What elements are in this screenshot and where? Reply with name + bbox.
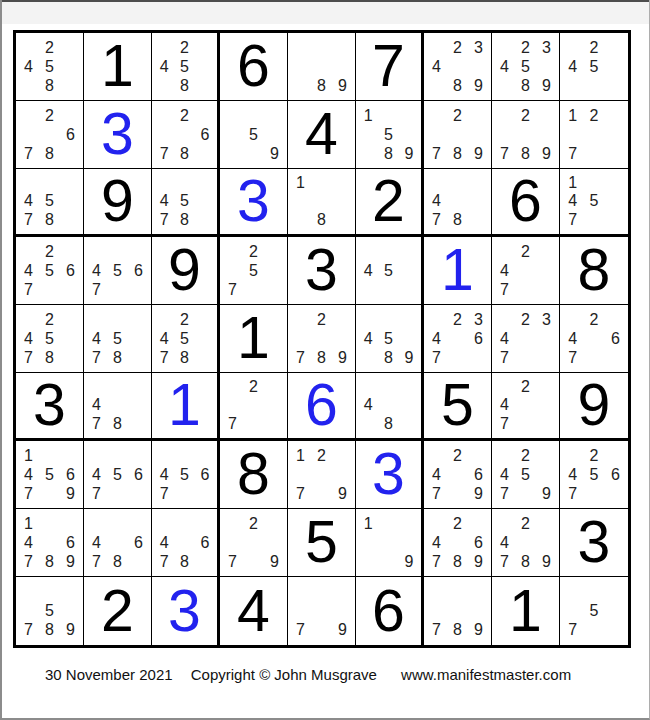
candidate-empty	[290, 310, 311, 329]
candidate-empty	[154, 76, 174, 95]
candidate-9: 9	[332, 484, 353, 503]
candidate-7: 7	[86, 280, 107, 299]
cell-r1c9[interactable]: 245	[560, 33, 628, 101]
candidate-5: 5	[39, 261, 60, 280]
candidate-empty	[447, 533, 468, 552]
candidate-empty	[107, 446, 128, 465]
candidate-9: 9	[468, 552, 489, 571]
cell-r5c3[interactable]: 24578	[152, 305, 220, 373]
cell-r1c3[interactable]: 2458	[152, 33, 220, 101]
candidate-empty	[195, 76, 215, 95]
cell-r8c2[interactable]: 4678	[84, 509, 152, 577]
cell-r6c9[interactable]: 9	[560, 373, 628, 441]
candidate-empty	[378, 552, 398, 571]
candidate-empty	[243, 144, 264, 163]
candidate-4: 4	[426, 329, 447, 348]
candidate-empty	[195, 310, 215, 329]
candidate-empty	[494, 514, 515, 533]
candidate-empty	[154, 106, 174, 125]
candidate-empty	[378, 396, 398, 414]
candidate-empty	[399, 533, 419, 552]
cell-r5c5[interactable]: 2789	[288, 305, 356, 373]
candidate-4: 4	[426, 465, 447, 484]
candidate-empty	[60, 582, 81, 601]
candidate-empty	[290, 329, 311, 348]
candidate-4: 4	[426, 192, 447, 210]
cell-r1c1[interactable]: 2458	[16, 33, 84, 101]
candidate-empty	[60, 310, 81, 329]
cell-r3c7[interactable]: 478	[424, 169, 492, 237]
candidate-grid: 24567	[560, 441, 628, 508]
cell-r1c5[interactable]: 89	[288, 33, 356, 101]
given-digit: 1	[101, 37, 134, 96]
candidate-9: 9	[468, 144, 489, 163]
cell-r3c8[interactable]: 6	[492, 169, 560, 237]
candidate-empty	[358, 280, 378, 299]
candidate-9: 9	[536, 484, 557, 503]
candidate-7: 7	[86, 484, 107, 503]
cell-r2c2[interactable]: 3	[84, 101, 152, 169]
candidate-3: 3	[536, 38, 557, 57]
cell-r2c9[interactable]: 127	[560, 101, 628, 169]
candidate-empty	[399, 329, 419, 348]
candidate-empty	[107, 396, 128, 414]
candidate-grid: 146789	[16, 509, 83, 576]
candidate-empty	[39, 533, 60, 552]
cell-r4c6[interactable]: 45	[356, 237, 424, 305]
cell-r7c7[interactable]: 24679	[424, 441, 492, 509]
candidate-7: 7	[426, 552, 447, 571]
candidate-empty	[583, 484, 604, 503]
candidate-empty	[39, 174, 60, 192]
candidate-empty	[264, 514, 285, 533]
candidate-empty	[195, 552, 215, 571]
candidate-grid: 24578	[152, 305, 217, 372]
cell-r8c8[interactable]: 24789	[492, 509, 560, 577]
candidate-9: 9	[399, 552, 419, 571]
candidate-4: 4	[18, 261, 39, 280]
candidate-4: 4	[18, 533, 39, 552]
candidate-empty	[468, 174, 489, 192]
candidate-empty	[583, 76, 604, 95]
candidate-empty	[536, 242, 557, 261]
candidate-9: 9	[332, 348, 353, 367]
candidate-4: 4	[18, 192, 39, 210]
cell-r1c6[interactable]: 7	[356, 33, 424, 101]
cell-r9c4[interactable]: 4	[220, 577, 288, 645]
candidate-2: 2	[583, 106, 604, 125]
candidate-8: 8	[107, 415, 128, 433]
candidate-grid: 2789	[492, 101, 559, 168]
candidate-7: 7	[18, 144, 39, 163]
candidate-empty	[332, 446, 353, 465]
cell-r1c8[interactable]: 234589	[492, 33, 560, 101]
footer-website: www.manifestmaster.com	[401, 666, 571, 683]
candidate-9: 9	[399, 144, 419, 163]
cell-r7c5[interactable]: 1279	[288, 441, 356, 509]
candidate-grid: 127	[560, 101, 628, 168]
cell-r5c2[interactable]: 4578	[84, 305, 152, 373]
cell-r3c1[interactable]: 4578	[16, 169, 84, 237]
candidate-5: 5	[515, 465, 536, 484]
solved-digit: 1	[441, 241, 474, 300]
candidate-grid: 4678	[152, 509, 217, 576]
candidate-8: 8	[39, 144, 60, 163]
candidate-empty	[174, 484, 194, 503]
candidate-grid: 2347	[492, 305, 559, 372]
sudoku-board: 2458124586897234892345892452678326785941…	[13, 30, 631, 648]
candidate-empty	[222, 396, 243, 414]
candidate-empty	[605, 484, 626, 503]
cell-r5c6[interactable]: 4589	[356, 305, 424, 373]
candidate-1: 1	[290, 446, 311, 465]
cell-r9c1[interactable]: 5789	[16, 577, 84, 645]
candidate-3: 3	[468, 38, 489, 57]
cell-r3c9[interactable]: 1457	[560, 169, 628, 237]
given-digit: 9	[578, 376, 611, 435]
cell-r6c7[interactable]: 5	[424, 373, 492, 441]
candidate-empty	[222, 106, 243, 125]
candidate-empty	[468, 192, 489, 210]
candidate-7: 7	[426, 484, 447, 503]
candidate-empty	[18, 76, 39, 95]
candidate-empty	[195, 144, 215, 163]
candidate-8: 8	[39, 621, 60, 640]
candidate-empty	[426, 514, 447, 533]
candidate-2: 2	[515, 38, 536, 57]
candidate-empty	[290, 582, 311, 601]
candidate-empty	[128, 348, 149, 367]
candidate-empty	[562, 582, 583, 601]
cell-r5c7[interactable]: 23467	[424, 305, 492, 373]
candidate-empty	[447, 582, 468, 601]
candidate-8: 8	[378, 348, 398, 367]
cell-r2c1[interactable]: 2678	[16, 101, 84, 169]
candidate-1: 1	[18, 514, 39, 533]
candidate-empty	[86, 446, 107, 465]
cell-r1c4[interactable]: 6	[220, 33, 288, 101]
candidate-empty	[86, 310, 107, 329]
candidate-empty	[605, 348, 626, 367]
candidate-6: 6	[60, 465, 81, 484]
candidate-4: 4	[86, 396, 107, 414]
cell-r8c9[interactable]: 3	[560, 509, 628, 577]
candidate-empty	[222, 261, 243, 280]
candidate-7: 7	[290, 621, 311, 640]
cell-r5c1[interactable]: 24578	[16, 305, 84, 373]
cell-r7c2[interactable]: 4567	[84, 441, 152, 509]
candidate-grid: 4578	[152, 169, 217, 234]
cell-r7c6[interactable]: 3	[356, 441, 424, 509]
cell-r7c1[interactable]: 145679	[16, 441, 84, 509]
candidate-grid: 48	[356, 373, 421, 438]
candidate-grid: 4567	[152, 441, 217, 508]
cell-r8c6[interactable]: 19	[356, 509, 424, 577]
candidate-empty	[468, 125, 489, 144]
candidate-7: 7	[494, 348, 515, 367]
candidate-5: 5	[583, 57, 604, 76]
candidate-empty	[605, 446, 626, 465]
cell-r6c1[interactable]: 3	[16, 373, 84, 441]
candidate-4: 4	[562, 465, 583, 484]
candidate-empty	[332, 465, 353, 484]
candidate-empty	[128, 396, 149, 414]
candidate-empty	[515, 484, 536, 503]
cell-r3c6[interactable]: 2	[356, 169, 424, 237]
candidate-9: 9	[60, 484, 81, 503]
candidate-empty	[243, 280, 264, 299]
cell-r6c3[interactable]: 1	[152, 373, 220, 441]
candidate-5: 5	[243, 125, 264, 144]
candidate-2: 2	[447, 514, 468, 533]
candidate-7: 7	[222, 552, 243, 571]
cell-r9c6[interactable]: 6	[356, 577, 424, 645]
candidate-grid: 24579	[492, 441, 559, 508]
candidate-empty	[18, 106, 39, 125]
cell-r7c9[interactable]: 24567	[560, 441, 628, 509]
candidate-empty	[536, 378, 557, 396]
candidate-empty	[468, 348, 489, 367]
candidate-9: 9	[60, 552, 81, 571]
candidate-empty	[128, 242, 149, 261]
candidate-4: 4	[18, 57, 39, 76]
candidate-empty	[536, 125, 557, 144]
cell-r6c6[interactable]: 48	[356, 373, 424, 441]
cell-r9c2[interactable]: 2	[84, 577, 152, 645]
cell-r3c3[interactable]: 4578	[152, 169, 220, 237]
candidate-5: 5	[583, 465, 604, 484]
cell-r8c3[interactable]: 4678	[152, 509, 220, 577]
cell-r2c3[interactable]: 2678	[152, 101, 220, 169]
candidate-8: 8	[174, 552, 194, 571]
candidate-5: 5	[174, 465, 194, 484]
candidate-6: 6	[195, 533, 215, 552]
candidate-grid: 4578	[16, 169, 83, 234]
candidate-5: 5	[583, 192, 604, 210]
cell-r2c6[interactable]: 1589	[356, 101, 424, 169]
cell-r9c7[interactable]: 789	[424, 577, 492, 645]
candidate-empty	[174, 514, 194, 533]
candidate-empty	[332, 211, 353, 229]
cell-r4c5[interactable]: 3	[288, 237, 356, 305]
candidate-2: 2	[515, 310, 536, 329]
candidate-empty	[243, 396, 264, 414]
candidate-empty	[264, 242, 285, 261]
candidate-9: 9	[468, 484, 489, 503]
cell-r6c8[interactable]: 247	[492, 373, 560, 441]
candidate-grid: 24679	[424, 441, 491, 508]
candidate-empty	[605, 310, 626, 329]
cell-r9c9[interactable]: 57	[560, 577, 628, 645]
candidate-5: 5	[39, 192, 60, 210]
candidate-empty	[264, 378, 285, 396]
cell-r2c4[interactable]: 59	[220, 101, 288, 169]
cell-r1c7[interactable]: 23489	[424, 33, 492, 101]
cell-r7c4[interactable]: 8	[220, 441, 288, 509]
given-digit: 6	[372, 582, 405, 641]
cell-r9c3[interactable]: 3	[152, 577, 220, 645]
candidate-empty	[60, 57, 81, 76]
candidate-empty	[378, 242, 398, 261]
candidate-empty	[426, 76, 447, 95]
candidate-2: 2	[515, 514, 536, 533]
candidate-empty	[39, 514, 60, 533]
cell-r9c5[interactable]: 79	[288, 577, 356, 645]
candidate-2: 2	[243, 378, 264, 396]
cell-r3c4[interactable]: 3	[220, 169, 288, 237]
candidate-grid: 4678	[84, 509, 151, 576]
cell-r4c1[interactable]: 24567	[16, 237, 84, 305]
candidate-7: 7	[426, 621, 447, 640]
candidate-empty	[536, 446, 557, 465]
candidate-empty	[39, 125, 60, 144]
candidate-grid: 4567	[84, 441, 151, 508]
cell-r2c7[interactable]: 2789	[424, 101, 492, 169]
candidate-empty	[536, 514, 557, 533]
candidate-grid: 4589	[356, 305, 421, 372]
candidate-empty	[399, 415, 419, 433]
candidate-grid: 145679	[16, 441, 83, 508]
candidate-empty	[107, 533, 128, 552]
candidate-empty	[60, 192, 81, 210]
candidate-4: 4	[494, 329, 515, 348]
candidate-empty	[399, 242, 419, 261]
cell-r4c9[interactable]: 8	[560, 237, 628, 305]
candidate-7: 7	[494, 280, 515, 299]
candidate-6: 6	[468, 465, 489, 484]
cell-r2c8[interactable]: 2789	[492, 101, 560, 169]
cell-r8c7[interactable]: 246789	[424, 509, 492, 577]
candidate-empty	[86, 242, 107, 261]
cell-r5c4[interactable]: 1	[220, 305, 288, 373]
footer-copyright: Copyright © John Musgrave	[191, 666, 377, 683]
candidate-empty	[195, 211, 215, 229]
candidate-grid: 4578	[84, 305, 151, 372]
candidate-4: 4	[426, 57, 447, 76]
cell-r9c8[interactable]: 1	[492, 577, 560, 645]
candidate-8: 8	[378, 415, 398, 433]
cell-r4c7[interactable]: 1	[424, 237, 492, 305]
cell-r6c5[interactable]: 6	[288, 373, 356, 441]
cell-r3c2[interactable]: 9	[84, 169, 152, 237]
cell-r6c4[interactable]: 27	[220, 373, 288, 441]
candidate-5: 5	[583, 601, 604, 620]
cell-r4c3[interactable]: 9	[152, 237, 220, 305]
candidate-empty	[562, 76, 583, 95]
candidate-empty	[264, 396, 285, 414]
cell-r1c2[interactable]: 1	[84, 33, 152, 101]
candidate-2: 2	[515, 378, 536, 396]
solved-digit: 1	[168, 376, 201, 435]
cell-r4c2[interactable]: 4567	[84, 237, 152, 305]
candidate-empty	[332, 192, 353, 210]
candidate-empty	[195, 514, 215, 533]
candidate-empty	[468, 514, 489, 533]
candidate-7: 7	[86, 415, 107, 433]
candidate-8: 8	[174, 211, 194, 229]
candidate-6: 6	[195, 465, 215, 484]
given-digit: 3	[33, 376, 66, 435]
candidate-empty	[536, 106, 557, 125]
candidate-2: 2	[39, 106, 60, 125]
candidate-8: 8	[311, 76, 332, 95]
candidate-2: 2	[39, 242, 60, 261]
candidate-2: 2	[243, 242, 264, 261]
cell-r8c5[interactable]: 5	[288, 509, 356, 577]
candidate-empty	[60, 348, 81, 367]
candidate-grid: 2789	[424, 101, 491, 168]
cell-r4c8[interactable]: 247	[492, 237, 560, 305]
candidate-4: 4	[358, 329, 378, 348]
candidate-empty	[154, 125, 174, 144]
candidate-8: 8	[107, 348, 128, 367]
candidate-empty	[18, 582, 39, 601]
candidate-empty	[494, 446, 515, 465]
cell-r4c4[interactable]: 257	[220, 237, 288, 305]
candidate-grid: 1279	[288, 441, 355, 508]
candidate-empty	[311, 582, 332, 601]
candidate-empty	[60, 144, 81, 163]
candidate-empty	[128, 280, 149, 299]
candidate-7: 7	[494, 552, 515, 571]
candidate-empty	[378, 106, 398, 125]
candidate-7: 7	[154, 348, 174, 367]
cell-r8c1[interactable]: 146789	[16, 509, 84, 577]
candidate-7: 7	[562, 348, 583, 367]
candidate-empty	[60, 38, 81, 57]
candidate-8: 8	[174, 144, 194, 163]
cell-r8c4[interactable]: 279	[220, 509, 288, 577]
cell-r5c8[interactable]: 2347	[492, 305, 560, 373]
candidate-8: 8	[447, 552, 468, 571]
candidate-empty	[605, 601, 626, 620]
candidate-8: 8	[447, 76, 468, 95]
cell-r7c8[interactable]: 24579	[492, 441, 560, 509]
given-digit: 1	[509, 582, 542, 641]
candidate-9: 9	[332, 76, 353, 95]
candidate-4: 4	[154, 329, 174, 348]
solved-digit: 3	[101, 105, 134, 164]
candidate-empty	[605, 57, 626, 76]
cell-r7c3[interactable]: 4567	[152, 441, 220, 509]
candidate-7: 7	[562, 144, 583, 163]
candidate-grid: 478	[424, 169, 491, 234]
candidate-empty	[18, 601, 39, 620]
solved-digit: 6	[305, 376, 338, 435]
candidate-empty	[195, 174, 215, 192]
candidate-1: 1	[290, 174, 311, 192]
candidate-empty	[60, 601, 81, 620]
cell-r6c2[interactable]: 478	[84, 373, 152, 441]
cell-r5c9[interactable]: 2467	[560, 305, 628, 373]
candidate-9: 9	[399, 348, 419, 367]
cell-r3c5[interactable]: 18	[288, 169, 356, 237]
cell-r2c5[interactable]: 4	[288, 101, 356, 169]
candidate-7: 7	[494, 415, 515, 433]
top-strip	[2, 0, 649, 24]
candidate-1: 1	[358, 514, 378, 533]
given-digit: 2	[101, 582, 134, 641]
candidate-empty	[332, 601, 353, 620]
candidate-4: 4	[358, 396, 378, 414]
candidate-grid: 234589	[492, 33, 559, 100]
candidate-empty	[605, 582, 626, 601]
candidate-empty	[468, 582, 489, 601]
candidate-empty	[128, 378, 149, 396]
candidate-6: 6	[60, 533, 81, 552]
candidate-empty	[60, 514, 81, 533]
candidate-empty	[332, 174, 353, 192]
